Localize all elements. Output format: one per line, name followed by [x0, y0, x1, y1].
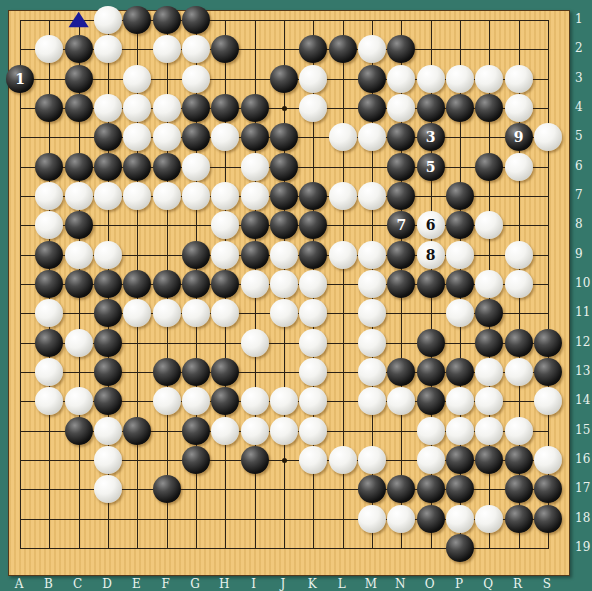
white-stone[interactable] — [123, 65, 151, 93]
white-stone[interactable] — [123, 182, 151, 210]
white-stone[interactable] — [387, 505, 415, 533]
row-label: 14 — [575, 393, 590, 407]
column-label: H — [219, 577, 229, 591]
black-stone[interactable] — [94, 153, 122, 181]
white-stone[interactable] — [534, 446, 562, 474]
black-stone[interactable] — [182, 417, 210, 445]
white-stone[interactable] — [35, 35, 63, 63]
black-stone[interactable] — [241, 446, 269, 474]
white-stone[interactable] — [417, 417, 445, 445]
white-stone[interactable] — [123, 94, 151, 122]
black-stone[interactable] — [153, 358, 181, 386]
white-stone[interactable] — [329, 241, 357, 269]
white-stone[interactable] — [182, 387, 210, 415]
black-stone[interactable] — [270, 153, 298, 181]
white-stone[interactable] — [241, 417, 269, 445]
white-stone[interactable] — [241, 270, 269, 298]
black-stone[interactable] — [270, 65, 298, 93]
white-stone[interactable] — [446, 241, 474, 269]
white-stone[interactable] — [123, 123, 151, 151]
row-label: 19 — [575, 540, 590, 554]
white-stone[interactable] — [65, 241, 93, 269]
white-stone[interactable] — [241, 153, 269, 181]
row-label: 12 — [575, 335, 590, 349]
white-stone[interactable] — [534, 123, 562, 151]
go-game-screenshot: 1395768 ABCDEFGHIJKLMNOPQRS1234567891011… — [0, 0, 592, 591]
white-stone[interactable] — [299, 94, 327, 122]
column-label: R — [513, 577, 522, 591]
white-stone[interactable] — [329, 123, 357, 151]
white-stone[interactable] — [417, 446, 445, 474]
black-stone[interactable] — [94, 358, 122, 386]
white-stone[interactable] — [270, 241, 298, 269]
black-stone[interactable] — [475, 329, 503, 357]
white-stone[interactable] — [299, 417, 327, 445]
move-number-label: 1 — [15, 72, 25, 86]
black-stone[interactable] — [417, 358, 445, 386]
white-stone[interactable] — [153, 387, 181, 415]
column-label: B — [44, 577, 53, 591]
white-stone[interactable] — [475, 505, 503, 533]
white-stone[interactable] — [241, 182, 269, 210]
column-label: E — [132, 577, 141, 591]
row-label: 16 — [575, 452, 590, 466]
white-stone[interactable] — [270, 299, 298, 327]
black-stone[interactable] — [505, 446, 533, 474]
black-stone[interactable] — [211, 270, 239, 298]
black-stone[interactable] — [534, 329, 562, 357]
black-stone[interactable] — [182, 241, 210, 269]
black-stone[interactable] — [358, 475, 386, 503]
black-stone[interactable] — [505, 329, 533, 357]
column-label: N — [395, 577, 406, 591]
move-number-label: 8 — [426, 248, 436, 262]
black-stone[interactable] — [505, 475, 533, 503]
white-stone[interactable] — [211, 417, 239, 445]
white-stone[interactable] — [387, 387, 415, 415]
white-stone[interactable] — [358, 123, 386, 151]
white-stone[interactable] — [505, 241, 533, 269]
white-stone[interactable] — [299, 299, 327, 327]
black-stone[interactable] — [387, 475, 415, 503]
black-stone[interactable] — [182, 270, 210, 298]
white-stone[interactable] — [446, 417, 474, 445]
black-stone[interactable] — [299, 35, 327, 63]
white-stone[interactable] — [446, 387, 474, 415]
white-stone[interactable] — [475, 211, 503, 239]
column-label: G — [190, 577, 200, 591]
black-stone[interactable] — [182, 358, 210, 386]
black-stone[interactable] — [417, 329, 445, 357]
black-stone[interactable] — [387, 270, 415, 298]
black-stone[interactable] — [65, 417, 93, 445]
black-stone[interactable] — [329, 35, 357, 63]
black-stone[interactable] — [182, 94, 210, 122]
white-stone[interactable] — [475, 358, 503, 386]
black-stone[interactable] — [358, 65, 386, 93]
row-label: 17 — [575, 481, 590, 495]
white-stone[interactable] — [358, 241, 386, 269]
white-stone[interactable] — [182, 299, 210, 327]
white-stone[interactable] — [153, 94, 181, 122]
black-stone[interactable] — [153, 153, 181, 181]
black-stone[interactable] — [211, 35, 239, 63]
black-stone[interactable] — [94, 299, 122, 327]
white-stone[interactable] — [94, 6, 122, 34]
white-stone[interactable] — [329, 182, 357, 210]
move-number-label: 9 — [514, 130, 524, 144]
column-label: F — [161, 577, 169, 591]
white-stone[interactable] — [182, 65, 210, 93]
white-stone[interactable] — [505, 65, 533, 93]
white-stone[interactable] — [299, 446, 327, 474]
black-stone[interactable] — [446, 270, 474, 298]
black-stone[interactable] — [387, 182, 415, 210]
black-stone[interactable] — [475, 94, 503, 122]
white-stone[interactable] — [446, 299, 474, 327]
black-stone[interactable] — [241, 123, 269, 151]
black-stone[interactable] — [211, 94, 239, 122]
row-label: 10 — [575, 276, 590, 290]
row-label: 9 — [575, 247, 583, 261]
white-stone[interactable] — [94, 94, 122, 122]
white-stone[interactable] — [299, 270, 327, 298]
black-stone[interactable] — [35, 270, 63, 298]
black-stone[interactable] — [211, 358, 239, 386]
white-stone[interactable] — [94, 417, 122, 445]
white-stone[interactable] — [475, 417, 503, 445]
white-stone[interactable] — [211, 241, 239, 269]
white-stone[interactable] — [65, 387, 93, 415]
white-stone[interactable] — [475, 387, 503, 415]
white-stone[interactable]: 8 — [417, 241, 445, 269]
white-stone[interactable] — [299, 65, 327, 93]
white-stone[interactable] — [211, 299, 239, 327]
white-stone[interactable] — [446, 65, 474, 93]
black-stone[interactable] — [446, 211, 474, 239]
white-stone[interactable] — [35, 387, 63, 415]
white-stone[interactable] — [329, 446, 357, 474]
white-stone[interactable] — [35, 182, 63, 210]
row-label: 13 — [575, 364, 590, 378]
white-stone[interactable] — [94, 475, 122, 503]
black-stone[interactable] — [505, 505, 533, 533]
white-stone[interactable] — [123, 299, 151, 327]
white-stone[interactable] — [211, 123, 239, 151]
column-label: C — [73, 577, 82, 591]
move-number-label: 7 — [396, 218, 406, 232]
white-stone[interactable] — [211, 211, 239, 239]
black-stone[interactable] — [387, 153, 415, 181]
black-stone[interactable]: 1 — [6, 65, 34, 93]
black-stone[interactable] — [475, 153, 503, 181]
white-stone[interactable] — [505, 153, 533, 181]
white-stone[interactable] — [94, 35, 122, 63]
black-stone[interactable] — [417, 387, 445, 415]
white-stone[interactable] — [241, 329, 269, 357]
white-stone[interactable] — [417, 65, 445, 93]
black-stone[interactable] — [65, 65, 93, 93]
black-stone[interactable] — [123, 153, 151, 181]
white-stone[interactable] — [182, 182, 210, 210]
black-stone[interactable] — [153, 270, 181, 298]
column-label: Q — [483, 577, 493, 591]
black-stone[interactable] — [387, 35, 415, 63]
white-stone[interactable] — [94, 241, 122, 269]
black-stone[interactable] — [270, 211, 298, 239]
go-board[interactable]: 1395768 — [8, 10, 570, 576]
star-point — [282, 458, 287, 463]
black-stone[interactable] — [35, 241, 63, 269]
white-stone[interactable] — [94, 182, 122, 210]
black-stone[interactable] — [270, 182, 298, 210]
white-stone[interactable] — [358, 358, 386, 386]
black-stone[interactable] — [534, 475, 562, 503]
white-stone[interactable] — [358, 35, 386, 63]
black-stone[interactable]: 7 — [387, 211, 415, 239]
black-stone[interactable] — [211, 387, 239, 415]
black-stone[interactable] — [123, 417, 151, 445]
black-stone[interactable] — [417, 505, 445, 533]
black-stone[interactable] — [387, 358, 415, 386]
column-label: P — [455, 577, 463, 591]
black-stone[interactable] — [241, 211, 269, 239]
star-point — [282, 106, 287, 111]
row-label: 6 — [575, 159, 583, 173]
black-stone[interactable] — [387, 123, 415, 151]
black-stone[interactable] — [446, 94, 474, 122]
row-label: 8 — [575, 217, 583, 231]
black-stone[interactable] — [475, 446, 503, 474]
white-stone[interactable] — [358, 505, 386, 533]
white-stone[interactable] — [358, 299, 386, 327]
white-stone[interactable] — [358, 387, 386, 415]
column-label: D — [102, 577, 112, 591]
black-stone[interactable]: 5 — [417, 153, 445, 181]
column-label: O — [425, 577, 435, 591]
black-stone[interactable] — [241, 94, 269, 122]
white-stone[interactable] — [241, 387, 269, 415]
black-stone[interactable] — [387, 241, 415, 269]
row-label: 15 — [575, 423, 590, 437]
black-stone[interactable] — [358, 94, 386, 122]
white-stone[interactable] — [182, 153, 210, 181]
black-stone[interactable] — [299, 241, 327, 269]
black-stone[interactable]: 9 — [505, 123, 533, 151]
black-stone[interactable] — [35, 94, 63, 122]
white-stone[interactable] — [475, 65, 503, 93]
white-stone[interactable] — [475, 270, 503, 298]
black-stone[interactable] — [299, 182, 327, 210]
column-label: M — [365, 577, 377, 591]
black-stone[interactable] — [35, 153, 63, 181]
white-stone[interactable]: 6 — [417, 211, 445, 239]
white-stone[interactable] — [211, 182, 239, 210]
black-stone[interactable] — [153, 475, 181, 503]
black-stone[interactable] — [182, 6, 210, 34]
white-stone[interactable] — [270, 270, 298, 298]
white-stone[interactable] — [505, 358, 533, 386]
column-label: I — [251, 577, 256, 591]
row-label: 3 — [575, 71, 583, 85]
white-stone[interactable] — [153, 123, 181, 151]
black-stone[interactable] — [446, 534, 474, 562]
row-label: 1 — [575, 12, 583, 26]
white-stone[interactable] — [387, 94, 415, 122]
black-stone[interactable] — [182, 123, 210, 151]
white-stone[interactable] — [505, 94, 533, 122]
column-label: A — [15, 577, 24, 591]
black-stone[interactable] — [417, 475, 445, 503]
row-label: 18 — [575, 511, 590, 525]
row-label: 5 — [575, 129, 583, 143]
white-stone[interactable] — [35, 299, 63, 327]
row-label: 11 — [575, 305, 590, 319]
black-stone[interactable] — [94, 270, 122, 298]
white-stone[interactable] — [270, 387, 298, 415]
black-stone[interactable] — [417, 270, 445, 298]
white-stone[interactable] — [534, 387, 562, 415]
row-label: 2 — [575, 41, 583, 55]
black-stone[interactable] — [35, 329, 63, 357]
column-label: K — [308, 577, 317, 591]
white-stone[interactable] — [153, 299, 181, 327]
column-label: J — [281, 577, 286, 591]
black-stone[interactable] — [65, 94, 93, 122]
white-stone[interactable] — [35, 211, 63, 239]
white-stone[interactable] — [153, 35, 181, 63]
black-stone[interactable] — [417, 94, 445, 122]
white-stone[interactable] — [387, 65, 415, 93]
column-label: L — [338, 577, 346, 591]
white-stone[interactable] — [505, 270, 533, 298]
row-label: 7 — [575, 188, 583, 202]
move-number-label: 6 — [426, 218, 436, 232]
black-stone[interactable] — [534, 358, 562, 386]
white-stone[interactable] — [505, 417, 533, 445]
white-stone[interactable] — [358, 270, 386, 298]
black-stone[interactable] — [65, 153, 93, 181]
black-stone[interactable] — [241, 241, 269, 269]
move-number-label: 5 — [426, 160, 436, 174]
black-stone[interactable] — [446, 358, 474, 386]
black-stone[interactable] — [475, 299, 503, 327]
white-stone[interactable] — [358, 446, 386, 474]
white-stone[interactable] — [65, 329, 93, 357]
white-stone[interactable] — [35, 358, 63, 386]
black-stone[interactable] — [270, 123, 298, 151]
column-label: S — [543, 577, 551, 591]
black-stone[interactable] — [65, 211, 93, 239]
black-stone[interactable] — [153, 6, 181, 34]
white-stone[interactable] — [299, 358, 327, 386]
white-stone[interactable] — [94, 446, 122, 474]
white-stone[interactable] — [358, 182, 386, 210]
black-stone[interactable] — [94, 329, 122, 357]
black-stone[interactable] — [123, 270, 151, 298]
white-stone[interactable] — [299, 329, 327, 357]
white-stone[interactable] — [153, 182, 181, 210]
black-stone[interactable] — [534, 505, 562, 533]
black-stone[interactable]: 3 — [417, 123, 445, 151]
black-stone[interactable] — [446, 446, 474, 474]
white-stone[interactable] — [446, 505, 474, 533]
white-stone[interactable] — [358, 329, 386, 357]
black-stone[interactable] — [299, 211, 327, 239]
black-stone[interactable] — [123, 6, 151, 34]
move-number-label: 3 — [426, 130, 436, 144]
black-stone[interactable] — [446, 182, 474, 210]
black-stone[interactable] — [446, 475, 474, 503]
black-stone[interactable] — [182, 446, 210, 474]
black-stone[interactable] — [94, 387, 122, 415]
white-stone[interactable] — [182, 35, 210, 63]
white-stone[interactable] — [299, 387, 327, 415]
black-stone[interactable] — [94, 123, 122, 151]
black-stone[interactable] — [65, 35, 93, 63]
white-stone[interactable] — [65, 182, 93, 210]
black-stone[interactable] — [65, 270, 93, 298]
white-stone[interactable] — [270, 417, 298, 445]
row-label: 4 — [575, 100, 583, 114]
